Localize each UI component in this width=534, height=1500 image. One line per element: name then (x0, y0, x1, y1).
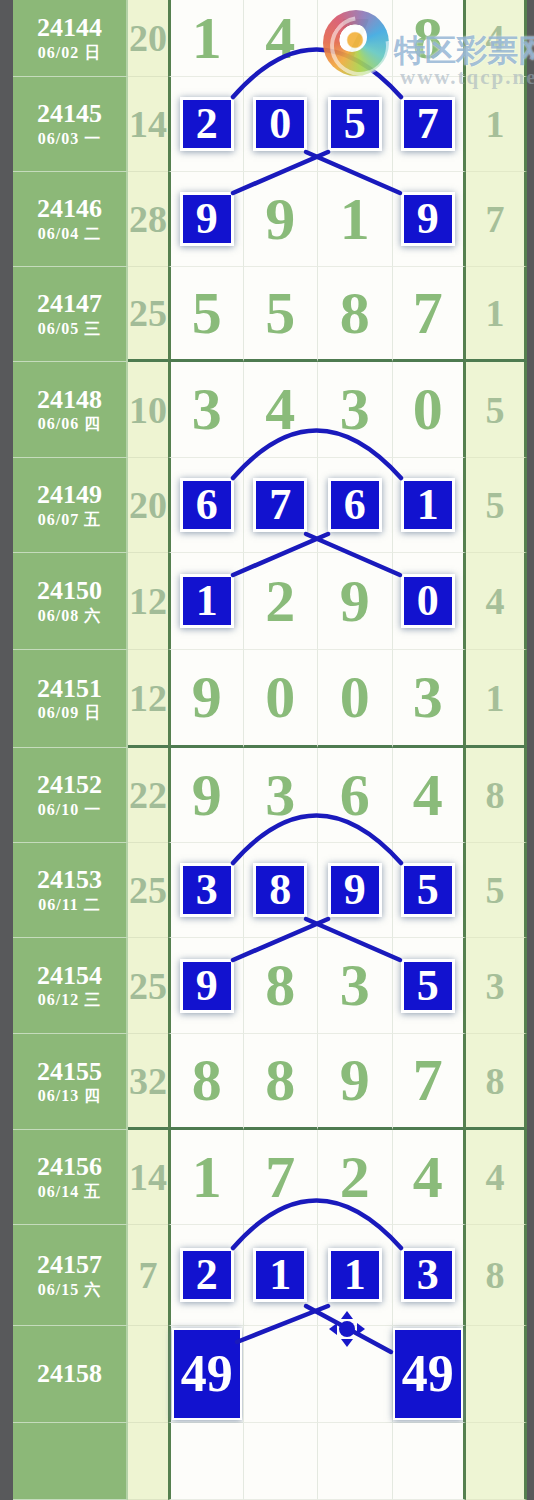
tail-cell: 1 (466, 267, 527, 362)
highlighted-number-box: 9 (328, 863, 382, 917)
tail-cell: 4 (466, 1130, 527, 1225)
tail-cell: 1 (466, 650, 527, 748)
draw-date: 06/10 一 (38, 802, 101, 819)
tail-cell: 3 (466, 938, 527, 1034)
period-number: 24151 (37, 675, 102, 702)
digit-cell: 0 (392, 553, 467, 650)
period-cell: 2415506/13 四 (13, 1034, 128, 1130)
tail-cell: 8 (466, 1225, 527, 1326)
period-number: 24149 (37, 481, 102, 508)
digit-cell: 0 (243, 77, 318, 172)
sum-cell: 12 (128, 553, 168, 650)
period-number: 24152 (37, 771, 102, 798)
highlighted-number-box: 5 (401, 959, 455, 1013)
period-number: 24156 (37, 1153, 102, 1180)
digit-cell: 1 (392, 458, 467, 553)
site-watermark: 特区彩票网 www.tqcp.net (320, 8, 534, 94)
digit-cell: 2 (317, 1130, 392, 1225)
highlighted-number-box: 0 (401, 574, 455, 628)
sum-cell: 20 (128, 0, 168, 77)
period-number: 24154 (37, 962, 102, 989)
digit-cell: 6 (168, 458, 243, 553)
digit-cell: 4 (392, 748, 467, 843)
digit-cell: 5 (392, 843, 467, 938)
highlighted-number-box: 7 (253, 478, 307, 532)
digit-cell: 6 (317, 458, 392, 553)
digit-cell: 3 (317, 938, 392, 1034)
digit-cell (168, 1423, 243, 1500)
draw-date: 06/11 二 (38, 897, 101, 914)
period-cell: 2415306/11 二 (13, 843, 128, 938)
digit-cell: 4 (243, 362, 318, 458)
highlighted-number-box: 49 (393, 1328, 463, 1420)
tail-cell: 5 (466, 362, 527, 458)
digit-cell: 1 (243, 1225, 318, 1326)
highlighted-number-box: 6 (180, 478, 234, 532)
digit-cell: 49 (392, 1326, 467, 1423)
digit-cell: 1 (168, 0, 243, 77)
tail-cell (466, 1423, 527, 1500)
digit-cell: 5 (243, 267, 318, 362)
digit-cell: 9 (168, 748, 243, 843)
digit-cell: 1 (317, 172, 392, 267)
digit-cell: 5 (392, 938, 467, 1034)
highlighted-number-box: 2 (180, 1248, 234, 1302)
digit-cell: 9 (392, 172, 467, 267)
digit-cell: 7 (243, 1130, 318, 1225)
highlighted-number-box: 2 (180, 97, 234, 151)
draw-date: 06/02 日 (38, 45, 101, 62)
period-number: 24148 (37, 386, 102, 413)
digit-cell: 49 (168, 1326, 243, 1423)
digit-cell (317, 1423, 392, 1500)
digit-cell: 2 (243, 553, 318, 650)
highlighted-number-box: 1 (328, 1248, 382, 1302)
digit-cell: 0 (392, 362, 467, 458)
highlighted-number-box: 8 (253, 863, 307, 917)
sum-cell: 10 (128, 362, 168, 458)
draw-date: 06/12 三 (38, 992, 101, 1009)
digit-cell: 2 (168, 77, 243, 172)
sum-cell: 25 (128, 267, 168, 362)
period-cell: 2415606/14 五 (13, 1130, 128, 1225)
period-cell: 2414506/03 一 (13, 77, 128, 172)
period-cell: 2414706/05 三 (13, 267, 128, 362)
digit-cell (392, 1423, 467, 1500)
digit-cell: 8 (243, 843, 318, 938)
digit-cell: 1 (168, 553, 243, 650)
digit-cell: 0 (317, 650, 392, 748)
sum-cell: 14 (128, 1130, 168, 1225)
period-cell: 2415406/12 三 (13, 938, 128, 1034)
sum-cell: 22 (128, 748, 168, 843)
tail-cell: 7 (466, 172, 527, 267)
highlighted-number-box: 3 (180, 863, 234, 917)
highlighted-number-box: 0 (253, 97, 307, 151)
draw-date: 06/09 日 (38, 705, 101, 722)
period-cell: 2414806/06 四 (13, 362, 128, 458)
digit-cell: 1 (317, 1225, 392, 1326)
tail-cell: 8 (466, 1034, 527, 1130)
highlighted-number-box: 3 (401, 1248, 455, 1302)
draw-date: 06/14 五 (38, 1184, 101, 1201)
sum-cell: 20 (128, 458, 168, 553)
highlighted-number-box: 1 (253, 1248, 307, 1302)
highlighted-number-box: 9 (180, 959, 234, 1013)
highlighted-number-box: 5 (401, 863, 455, 917)
draw-date: 06/04 二 (38, 226, 101, 243)
highlighted-number-box: 1 (180, 574, 234, 628)
tail-cell: 5 (466, 458, 527, 553)
digit-cell: 3 (168, 843, 243, 938)
trend-chart-grid: 2414406/02 日20147842414506/03 一142057124… (13, 0, 527, 1500)
draw-date: 06/06 四 (38, 416, 101, 433)
digit-cell: 4 (243, 0, 318, 77)
highlighted-number-box: 1 (401, 478, 455, 532)
period-cell: 2415006/08 六 (13, 553, 128, 650)
digit-cell: 9 (317, 553, 392, 650)
period-cell (13, 1423, 128, 1500)
digit-cell: 8 (168, 1034, 243, 1130)
highlighted-number-box: 9 (401, 192, 455, 246)
sum-cell: 14 (128, 77, 168, 172)
highlighted-number-box: 7 (401, 97, 455, 151)
digit-cell: 8 (317, 267, 392, 362)
highlighted-number-box: 6 (328, 478, 382, 532)
tail-cell: 5 (466, 843, 527, 938)
period-number: 24157 (37, 1251, 102, 1278)
period-cell: 2414406/02 日 (13, 0, 128, 77)
draw-date: 06/05 三 (38, 321, 101, 338)
highlighted-number-box: 49 (172, 1328, 242, 1420)
digit-cell: 3 (317, 362, 392, 458)
digit-cell: 7 (392, 267, 467, 362)
period-number: 24144 (37, 14, 102, 41)
highlighted-number-box: 5 (328, 97, 382, 151)
sum-cell: 7 (128, 1225, 168, 1326)
digit-cell: 9 (243, 172, 318, 267)
digit-cell: 4 (392, 1130, 467, 1225)
draw-date: 06/03 一 (38, 131, 101, 148)
digit-cell: 9 (168, 938, 243, 1034)
draw-date: 06/08 六 (38, 608, 101, 625)
period-cell: 24158 (13, 1326, 128, 1423)
sum-cell: 28 (128, 172, 168, 267)
period-number: 24153 (37, 866, 102, 893)
site-logo-icon (323, 10, 389, 76)
period-number: 24158 (37, 1360, 102, 1387)
draw-date: 06/07 五 (38, 512, 101, 529)
digit-cell: 0 (243, 650, 318, 748)
digit-cell: 9 (317, 843, 392, 938)
draw-date: 06/13 四 (38, 1088, 101, 1105)
watermark-site-url: www.tqcp.net (400, 65, 534, 90)
period-cell: 2414906/07 五 (13, 458, 128, 553)
sum-cell: 25 (128, 938, 168, 1034)
period-cell: 2415706/15 六 (13, 1225, 128, 1326)
digit-cell: 1 (168, 1130, 243, 1225)
digit-cell: 7 (392, 1034, 467, 1130)
period-cell: 2415206/10 一 (13, 748, 128, 843)
sum-cell: 32 (128, 1034, 168, 1130)
draw-date: 06/15 六 (38, 1282, 101, 1299)
tail-cell: 8 (466, 748, 527, 843)
tail-cell (466, 1326, 527, 1423)
tail-cell: 4 (466, 553, 527, 650)
sum-cell: 25 (128, 843, 168, 938)
digit-cell (243, 1423, 318, 1500)
digit-cell: 2 (168, 1225, 243, 1326)
period-number: 24146 (37, 195, 102, 222)
digit-cell: 9 (168, 650, 243, 748)
sum-cell (128, 1423, 168, 1500)
digit-cell (317, 1326, 392, 1423)
digit-cell: 9 (168, 172, 243, 267)
digit-cell: 8 (243, 1034, 318, 1130)
digit-cell: 3 (168, 362, 243, 458)
digit-cell: 7 (243, 458, 318, 553)
digit-cell: 9 (317, 1034, 392, 1130)
digit-cell: 3 (392, 650, 467, 748)
digit-cell: 3 (392, 1225, 467, 1326)
period-number: 24155 (37, 1058, 102, 1085)
sum-cell: 12 (128, 650, 168, 748)
sum-cell (128, 1326, 168, 1423)
digit-cell (243, 1326, 318, 1423)
digit-cell: 8 (243, 938, 318, 1034)
digit-cell: 6 (317, 748, 392, 843)
digit-cell: 3 (243, 748, 318, 843)
period-number: 24145 (37, 100, 102, 127)
period-cell: 2414606/04 二 (13, 172, 128, 267)
period-number: 24147 (37, 290, 102, 317)
period-number: 24150 (37, 577, 102, 604)
digit-cell: 5 (168, 267, 243, 362)
period-cell: 2415106/09 日 (13, 650, 128, 748)
highlighted-number-box: 9 (180, 192, 234, 246)
